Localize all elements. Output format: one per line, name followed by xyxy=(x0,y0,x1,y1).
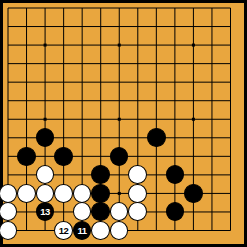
stone-black xyxy=(36,128,55,147)
stone-black xyxy=(166,202,185,221)
stone-white xyxy=(0,221,17,240)
go-board: 131211 xyxy=(0,0,240,240)
go-diagram: 131211 xyxy=(0,0,247,247)
stone-white xyxy=(0,184,17,203)
move-13-stone: 13 xyxy=(36,202,55,221)
stone-black xyxy=(91,165,110,184)
stone-black xyxy=(110,147,129,166)
stone-white xyxy=(128,184,147,203)
stone-black xyxy=(91,184,110,203)
stone-white xyxy=(110,202,129,221)
stone-black xyxy=(166,165,185,184)
stone-black xyxy=(91,202,110,221)
stone-black xyxy=(184,184,203,203)
stone-black xyxy=(17,147,36,166)
stone-white xyxy=(17,184,36,203)
stone-white xyxy=(91,221,110,240)
stone-white xyxy=(128,165,147,184)
stone-white xyxy=(36,184,55,203)
move-11-stone: 11 xyxy=(73,221,92,240)
move-number-label: 11 xyxy=(78,226,87,236)
move-12-stone: 12 xyxy=(54,221,73,240)
stone-white xyxy=(73,202,92,221)
move-number-label: 12 xyxy=(59,226,69,236)
stone-white xyxy=(54,184,73,203)
stone-white xyxy=(36,165,55,184)
stone-white xyxy=(110,221,129,240)
stone-white xyxy=(0,202,17,221)
stone-black xyxy=(147,128,166,147)
stone-white xyxy=(73,184,92,203)
stone-white xyxy=(128,202,147,221)
move-number-label: 13 xyxy=(40,207,50,217)
stone-black xyxy=(54,147,73,166)
